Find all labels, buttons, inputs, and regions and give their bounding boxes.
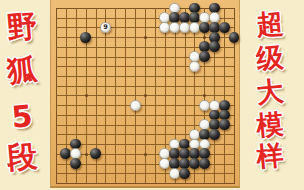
white-stone[interactable]: 9 <box>100 22 111 33</box>
star-point <box>85 153 88 156</box>
black-stone[interactable] <box>70 158 81 169</box>
right-banner-char: 级 <box>250 38 289 77</box>
left-banner-char: 野 <box>2 6 41 50</box>
screenshot-stage: 9 野狐5段超级大模样 <box>0 0 304 190</box>
left-banner-char: 5 <box>3 97 42 135</box>
move-number-label: 9 <box>103 24 108 31</box>
grid-line-horizontal <box>56 173 234 174</box>
go-board[interactable]: 9 <box>50 0 240 188</box>
white-stone[interactable] <box>130 100 141 111</box>
black-stone[interactable] <box>199 51 210 62</box>
left-banner-char: 段 <box>2 136 41 180</box>
black-stone[interactable] <box>209 41 220 52</box>
star-point <box>144 153 147 156</box>
black-stone[interactable] <box>229 32 240 43</box>
black-stone[interactable] <box>219 22 230 33</box>
grid-line-horizontal <box>56 115 234 116</box>
grid-line-horizontal <box>56 66 234 67</box>
grid-line-horizontal <box>56 86 234 87</box>
left-banner-char: 狐 <box>2 49 41 93</box>
black-stone[interactable] <box>80 32 91 43</box>
grid-line-horizontal <box>56 76 234 77</box>
right-banner-char: 样 <box>250 136 289 175</box>
black-stone[interactable] <box>209 129 220 140</box>
black-stone[interactable] <box>219 100 230 111</box>
right-banner-char: 超 <box>250 4 289 43</box>
white-stone[interactable] <box>209 100 220 111</box>
black-stone[interactable] <box>219 119 230 130</box>
black-stone[interactable] <box>179 168 190 179</box>
white-stone[interactable] <box>189 61 200 72</box>
black-stone[interactable] <box>199 158 210 169</box>
